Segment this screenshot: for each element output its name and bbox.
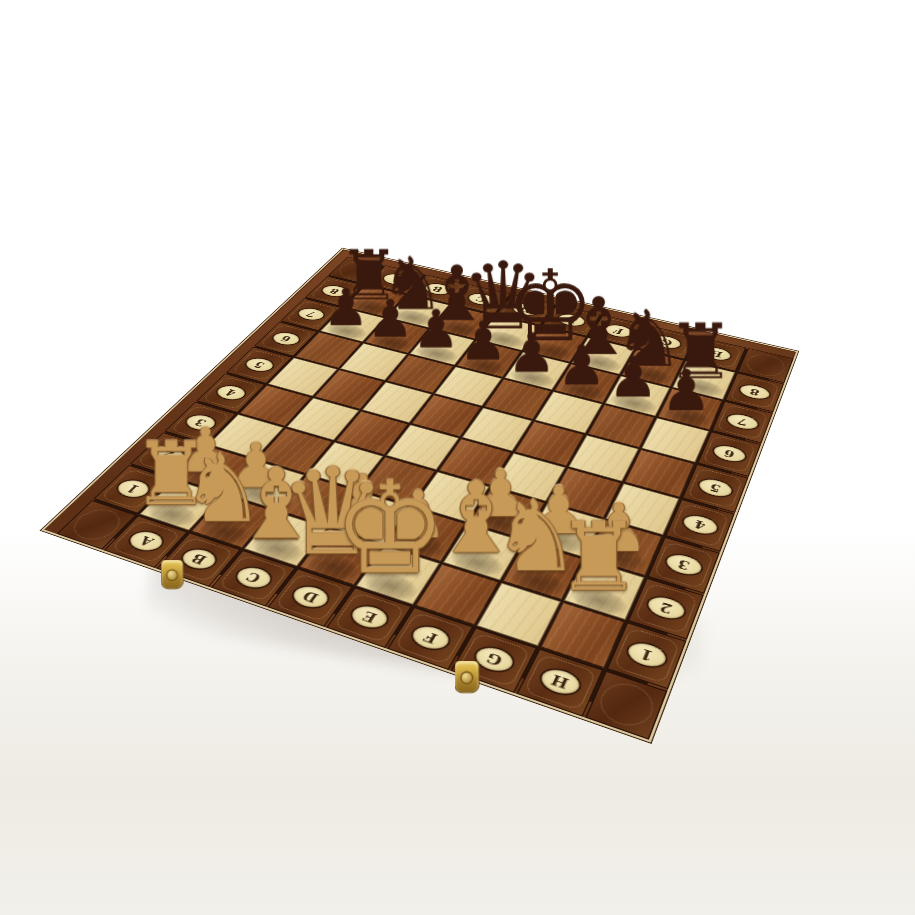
scene: ABCDEFGH8877665544332211ABCDEFGH ♜♞♝♛♚♝♞… (0, 0, 915, 915)
label-oval: C (466, 292, 497, 306)
label-oval: 8 (738, 383, 771, 401)
label-oval: 7 (295, 307, 327, 322)
label-char: F (612, 327, 624, 335)
label-oval: B (423, 282, 454, 296)
label-char: 7 (304, 310, 317, 318)
label-oval: E (556, 312, 587, 327)
label-char: 6 (279, 335, 293, 343)
label-oval: H (701, 345, 733, 362)
clasp-left (161, 560, 182, 588)
label-oval: 8 (319, 284, 350, 298)
label-char: D (519, 305, 533, 313)
label-oval: 5 (242, 356, 277, 373)
label-char: 5 (252, 360, 267, 369)
label-char: A (389, 276, 402, 283)
label-char: C (475, 295, 488, 303)
label-char: 7 (736, 417, 749, 427)
label-oval: 6 (269, 331, 302, 347)
piece-white-rook-h2[interactable]: ♜ (556, 514, 641, 601)
label-char: 8 (328, 287, 341, 294)
label-char: 4 (223, 388, 238, 397)
label-oval: A (380, 272, 410, 286)
label-oval: D (510, 302, 541, 317)
label-oval: G (651, 334, 683, 350)
label-char: E (565, 316, 578, 324)
label-oval: F (603, 323, 634, 339)
label-char: B (431, 285, 445, 293)
label-oval: 4 (213, 384, 249, 402)
clasp-center (455, 661, 478, 692)
piece-white-king-e1[interactable]: ♚ (333, 470, 446, 586)
label-char: H (709, 349, 724, 358)
label-char: 8 (749, 387, 761, 396)
chess-board: ABCDEFGH8877665544332211ABCDEFGH ♜♞♝♛♚♝♞… (41, 248, 798, 742)
label-oval: 7 (725, 412, 759, 431)
label-char: G (660, 338, 674, 347)
